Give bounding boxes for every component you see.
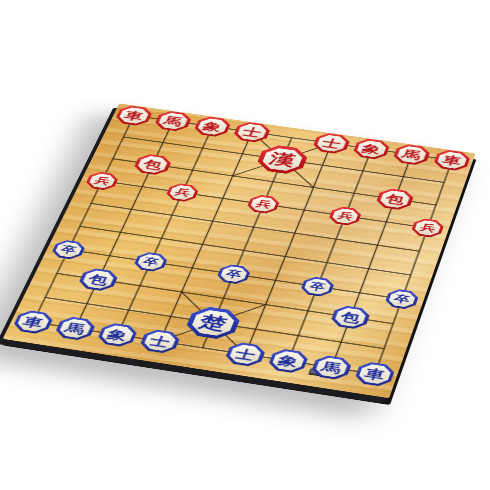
piece-glyph: 馬 [63, 321, 87, 335]
piece-glyph: 馬 [320, 360, 344, 375]
piece-glyph: 兵 [93, 176, 111, 186]
photo-background: 車馬象士士象馬車漢包包兵兵兵兵兵卒卒卒卒卒包包楚車馬象士士象馬車 [0, 0, 490, 490]
piece-glyph: 車 [363, 367, 387, 382]
piece-glyph: 兵 [336, 211, 354, 221]
piece-glyph: 車 [123, 109, 145, 121]
piece-glyph: 卒 [225, 269, 243, 280]
piece-glyph: 車 [441, 154, 463, 167]
piece-glyph: 馬 [162, 115, 184, 127]
file-line [75, 121, 173, 328]
piece-glyph: 包 [141, 158, 164, 171]
piece-glyph: 包 [339, 310, 362, 324]
piece-glyph: 包 [384, 193, 406, 206]
piece-glyph: 卒 [142, 256, 161, 267]
file-line [332, 155, 412, 368]
rank-line [80, 226, 411, 275]
file-line [245, 143, 331, 354]
piece-glyph: 兵 [173, 187, 191, 197]
piece-glyph: 包 [86, 273, 110, 287]
piece-glyph: 士 [233, 347, 257, 362]
piece-glyph: 士 [148, 334, 172, 349]
piece-glyph: 卒 [393, 294, 411, 305]
piece-glyph: 兵 [255, 199, 273, 209]
piece-glyph: 卒 [308, 281, 326, 292]
piece-glyph: 楚 [197, 313, 230, 333]
janggi-board: 車馬象士士象馬車漢包包兵兵兵兵兵卒卒卒卒卒包包楚車馬象士士象馬車 [3, 103, 476, 398]
piece-glyph: 象 [276, 354, 300, 369]
piece-glyph: 士 [241, 126, 263, 138]
piece-glyph: 車 [21, 315, 45, 329]
piece-glyph: 象 [105, 328, 129, 342]
piece-glyph: 漢 [267, 151, 297, 168]
piece-glyph: 馬 [401, 148, 423, 161]
piece-glyph: 象 [361, 143, 383, 156]
file-line [33, 115, 134, 321]
file-line [288, 149, 371, 361]
piece-glyph: 卒 [59, 244, 78, 255]
piece-glyph: 士 [321, 137, 343, 150]
piece-glyph: 象 [201, 120, 223, 132]
piece-glyph: 兵 [419, 223, 437, 234]
